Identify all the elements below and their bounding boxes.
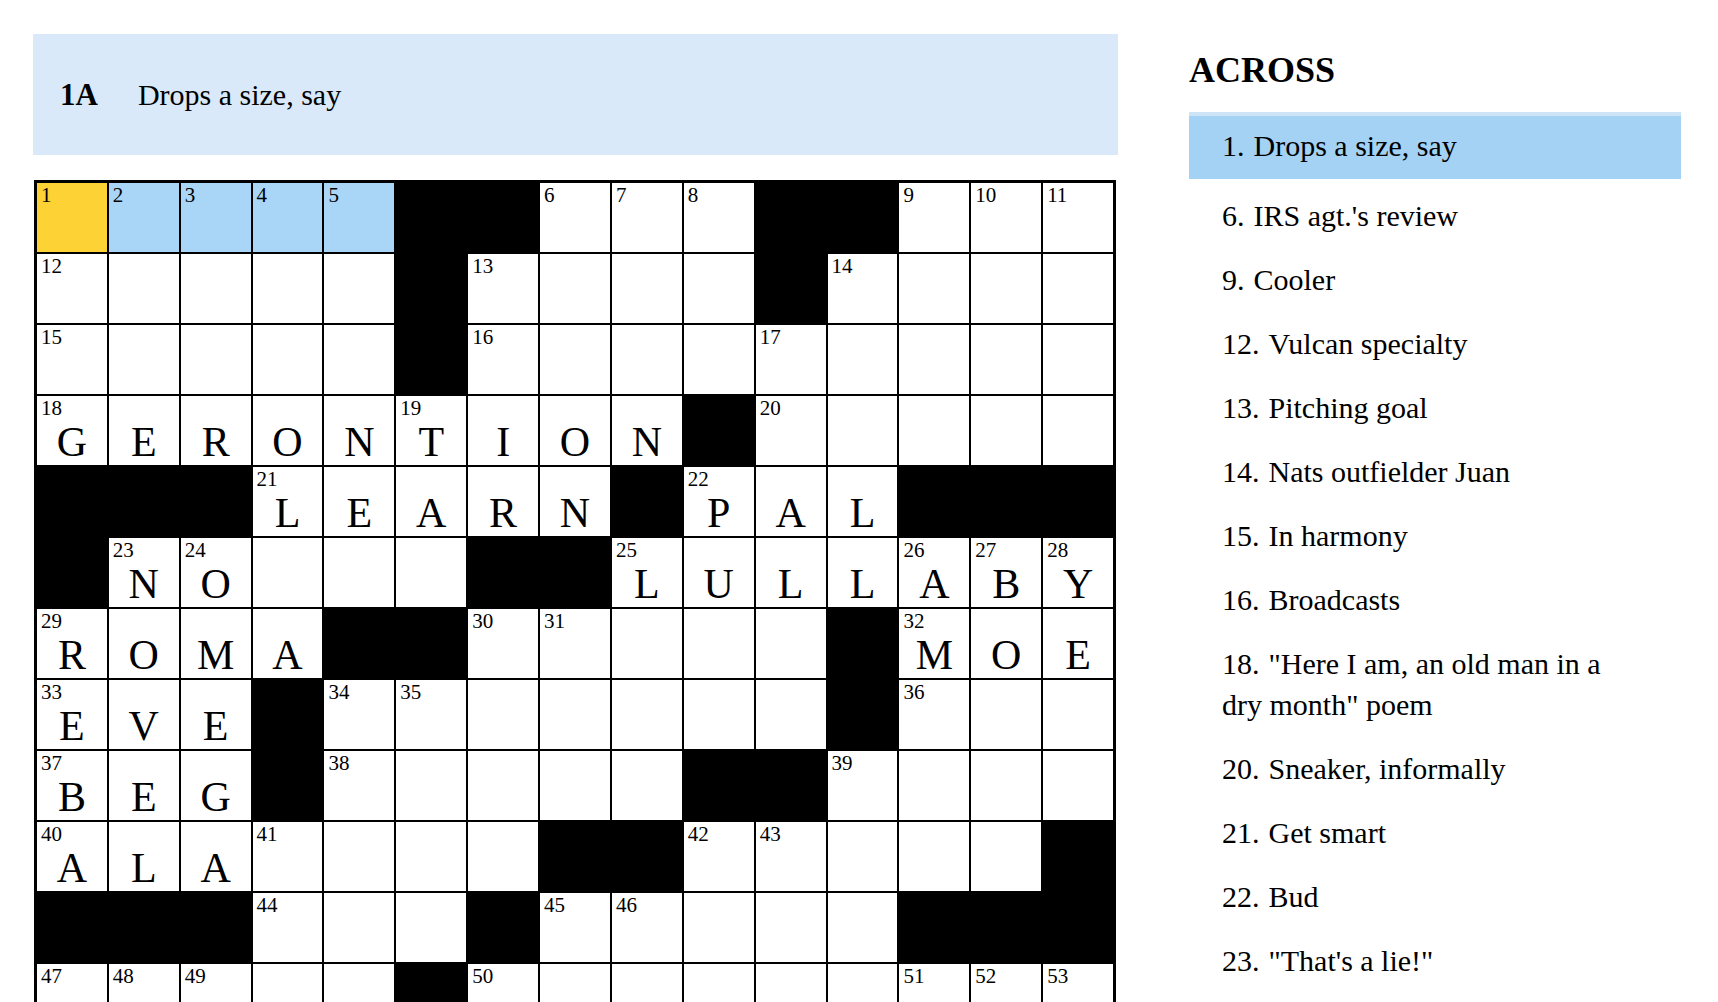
black-cell (828, 680, 898, 749)
clue-number: 52 (975, 965, 996, 987)
clue-number: 21 (257, 468, 278, 490)
grid-cell[interactable] (971, 680, 1041, 749)
grid-cell[interactable]: 17 (756, 325, 826, 394)
grid-cell[interactable]: M (181, 609, 251, 678)
cell-letter: N (324, 419, 394, 465)
grid-cell[interactable]: E (109, 396, 179, 465)
grid-cell[interactable] (899, 325, 969, 394)
grid-cell[interactable]: 49 (181, 964, 251, 1002)
cell-letter: G (37, 419, 107, 465)
clue-number: 24 (185, 539, 206, 561)
cell-letter: O (971, 632, 1041, 678)
grid-cell[interactable] (756, 680, 826, 749)
clue-item-text: IRS agt.'s review (1254, 199, 1459, 232)
cell-letter: O (253, 419, 323, 465)
clue-item-16A[interactable]: 16.Broadcasts (1189, 579, 1681, 620)
cell-letter: L (109, 845, 179, 891)
clue-item-text: "Here I am, an old man in a dry month" p… (1222, 647, 1601, 721)
clue-item-text: Broadcasts (1269, 583, 1401, 616)
black-cell (756, 183, 826, 252)
clue-item-9A[interactable]: 9.Cooler (1189, 259, 1681, 300)
grid-cell[interactable]: 5 (324, 183, 394, 252)
cell-letter: E (324, 490, 394, 536)
clue-item-number: 16. (1222, 583, 1260, 616)
black-cell (396, 325, 466, 394)
grid-cell[interactable]: N (324, 396, 394, 465)
clue-number: 32 (903, 610, 924, 632)
grid-cell[interactable]: 7 (612, 183, 682, 252)
grid-cell[interactable]: 43 (756, 822, 826, 891)
black-cell (468, 893, 538, 962)
grid-cell[interactable] (540, 751, 610, 820)
clue-number: 23 (113, 539, 134, 561)
grid-cell[interactable]: 31 (540, 609, 610, 678)
grid-cell[interactable] (684, 325, 754, 394)
clue-number: 50 (472, 965, 493, 987)
cell-letter: M (181, 632, 251, 678)
grid-cell[interactable]: 22P (684, 467, 754, 536)
grid-cell[interactable]: 35 (396, 680, 466, 749)
clue-item-6A[interactable]: 6.IRS agt.'s review (1189, 195, 1681, 236)
grid-cell[interactable] (324, 325, 394, 394)
grid-cell[interactable] (1043, 325, 1113, 394)
cell-letter: Y (1043, 561, 1113, 607)
cell-letter: E (109, 419, 179, 465)
clue-number: 10 (975, 184, 996, 206)
clue-item-text: Nats outfielder Juan (1269, 455, 1511, 488)
grid-cell[interactable]: 34 (324, 680, 394, 749)
grid-cell[interactable]: 32M (899, 609, 969, 678)
grid-cell[interactable]: O (253, 396, 323, 465)
grid-cell[interactable] (899, 396, 969, 465)
grid-cell[interactable]: 53 (1043, 964, 1113, 1002)
grid-cell[interactable]: G (181, 751, 251, 820)
black-cell (324, 609, 394, 678)
grid-cell[interactable] (1043, 680, 1113, 749)
grid-cell[interactable] (899, 254, 969, 323)
black-cell (253, 680, 323, 749)
clue-number: 22 (688, 468, 709, 490)
grid-cell[interactable]: O (540, 396, 610, 465)
grid-cell[interactable]: 50 (468, 964, 538, 1002)
grid-cell[interactable] (253, 538, 323, 607)
grid-cell[interactable] (828, 325, 898, 394)
clue-number: 4 (257, 184, 268, 206)
clue-item-number: 14. (1222, 455, 1260, 488)
clue-item-number: 20. (1222, 752, 1260, 785)
grid-cell[interactable]: 24O (181, 538, 251, 607)
black-cell (756, 254, 826, 323)
cell-letter: I (468, 419, 538, 465)
black-cell (1043, 467, 1113, 536)
clue-item-12A[interactable]: 12.Vulcan specialty (1189, 323, 1681, 364)
clue-number: 15 (41, 326, 62, 348)
grid-cell[interactable] (324, 893, 394, 962)
black-cell (899, 893, 969, 962)
grid-cell[interactable]: 48 (109, 964, 179, 1002)
cell-letter: E (1043, 632, 1113, 678)
grid-cell[interactable]: L (828, 467, 898, 536)
grid-cell[interactable]: E (109, 751, 179, 820)
clue-item-text: "That's a lie!" (1269, 944, 1434, 977)
grid-cell[interactable]: 16 (468, 325, 538, 394)
grid-cell[interactable]: 2 (109, 183, 179, 252)
grid-cell[interactable] (1043, 751, 1113, 820)
clue-number: 1 (41, 184, 52, 206)
grid-cell[interactable]: 30 (468, 609, 538, 678)
grid-cell[interactable]: O (109, 609, 179, 678)
clue-number: 5 (328, 184, 339, 206)
grid-cell[interactable]: E (181, 680, 251, 749)
cell-letter: R (468, 490, 538, 536)
grid-cell[interactable]: 40A (37, 822, 107, 891)
grid-cell[interactable]: 21L (253, 467, 323, 536)
grid-cell[interactable]: A (253, 609, 323, 678)
cell-letter: B (971, 561, 1041, 607)
clue-number: 34 (328, 681, 349, 703)
grid-cell[interactable]: O (971, 609, 1041, 678)
grid-cell[interactable] (971, 325, 1041, 394)
clue-item-23A[interactable]: 23."That's a lie!" (1189, 940, 1681, 981)
grid-cell[interactable]: E (1043, 609, 1113, 678)
clue-number: 17 (760, 326, 781, 348)
grid-cell[interactable] (324, 822, 394, 891)
black-cell (396, 964, 466, 1002)
clue-number: 53 (1047, 965, 1068, 987)
grid-cell[interactable] (684, 964, 754, 1002)
grid-cell[interactable]: N (612, 396, 682, 465)
cell-letter: R (181, 419, 251, 465)
grid-cell[interactable] (971, 751, 1041, 820)
black-cell (899, 467, 969, 536)
grid-cell[interactable] (540, 680, 610, 749)
cell-letter: N (540, 490, 610, 536)
black-cell (828, 609, 898, 678)
cell-letter: L (612, 561, 682, 607)
cell-letter: L (756, 561, 826, 607)
grid-cell[interactable]: 11 (1043, 183, 1113, 252)
grid-cell[interactable] (612, 254, 682, 323)
grid-cell[interactable] (756, 609, 826, 678)
grid-cell[interactable] (396, 893, 466, 962)
cell-letter: P (684, 490, 754, 536)
clue-item-number: 15. (1222, 519, 1260, 552)
grid-cell[interactable] (612, 964, 682, 1002)
clue-item-number: 6. (1222, 199, 1245, 232)
grid-cell[interactable]: 39 (828, 751, 898, 820)
cell-letter: M (899, 632, 969, 678)
grid-cell[interactable]: E (324, 467, 394, 536)
grid-cell[interactable]: L (109, 822, 179, 891)
grid-cell[interactable]: 33E (37, 680, 107, 749)
grid-cell[interactable]: U (684, 538, 754, 607)
clue-number: 33 (41, 681, 62, 703)
grid-cell[interactable]: 18G (37, 396, 107, 465)
black-cell (540, 538, 610, 607)
grid-cell[interactable]: 45 (540, 893, 610, 962)
grid-cell[interactable]: 28Y (1043, 538, 1113, 607)
black-cell (181, 893, 251, 962)
grid-cell[interactable] (540, 325, 610, 394)
grid-cell[interactable]: 10 (971, 183, 1041, 252)
clue-number: 44 (257, 894, 278, 916)
clue-item-number: 13. (1222, 391, 1260, 424)
clue-item-13A[interactable]: 13.Pitching goal (1189, 387, 1681, 428)
clue-number: 41 (257, 823, 278, 845)
clue-item-14A[interactable]: 14.Nats outfielder Juan (1189, 451, 1681, 492)
grid-cell[interactable]: 4 (253, 183, 323, 252)
clue-item-20A[interactable]: 20.Sneaker, informally (1189, 748, 1681, 789)
clue-number: 35 (400, 681, 421, 703)
clue-item-number: 23. (1222, 944, 1260, 977)
grid-cell[interactable]: 37B (37, 751, 107, 820)
cell-letter: B (37, 774, 107, 820)
cell-letter: O (181, 561, 251, 607)
clue-number: 27 (975, 539, 996, 561)
clue-number: 16 (472, 326, 493, 348)
grid-cell[interactable]: 36 (899, 680, 969, 749)
grid-cell[interactable]: L (828, 538, 898, 607)
clue-item-text: Vulcan specialty (1269, 327, 1468, 360)
grid-cell[interactable] (324, 964, 394, 1002)
grid-cell[interactable] (540, 964, 610, 1002)
grid-cell[interactable] (1043, 254, 1113, 323)
crossword-grid: 123456789101112131415161718GERON19TION20… (34, 180, 1116, 1002)
grid-cell[interactable] (109, 325, 179, 394)
cell-letter: A (756, 490, 826, 536)
grid-cell[interactable] (828, 964, 898, 1002)
cell-letter: A (899, 561, 969, 607)
grid-cell[interactable]: 38 (324, 751, 394, 820)
clue-number: 6 (544, 184, 555, 206)
black-cell (181, 467, 251, 536)
grid-cell[interactable] (468, 680, 538, 749)
black-cell (468, 183, 538, 252)
current-clue-bar: 1A Drops a size, say (33, 34, 1118, 155)
clue-item-text: Pitching goal (1269, 391, 1428, 424)
black-cell (612, 822, 682, 891)
black-cell (828, 183, 898, 252)
grid-cell[interactable]: 23N (109, 538, 179, 607)
across-clues-panel: ACROSS 1.Drops a size, say6.IRS agt.'s r… (1189, 50, 1681, 1002)
clue-number: 25 (616, 539, 637, 561)
grid-cell[interactable] (468, 822, 538, 891)
across-clue-list: 1.Drops a size, say6.IRS agt.'s review9.… (1189, 112, 1681, 981)
grid-cell[interactable]: 27B (971, 538, 1041, 607)
clue-item-1A[interactable]: 1.Drops a size, say (1189, 112, 1681, 179)
black-cell (684, 396, 754, 465)
grid-cell[interactable]: 51 (899, 964, 969, 1002)
grid-cell[interactable] (324, 254, 394, 323)
grid-cell[interactable]: A (396, 467, 466, 536)
cell-letter: O (109, 632, 179, 678)
grid-cell[interactable]: 29R (37, 609, 107, 678)
grid-cell[interactable] (828, 396, 898, 465)
grid-cell[interactable] (971, 822, 1041, 891)
cell-letter: V (109, 703, 179, 749)
grid-cell[interactable] (1043, 396, 1113, 465)
cell-letter: L (828, 490, 898, 536)
grid-cell[interactable]: 19T (396, 396, 466, 465)
clue-number: 26 (903, 539, 924, 561)
grid-cell[interactable] (971, 254, 1041, 323)
clue-item-number: 18. (1222, 647, 1260, 680)
grid-cell[interactable] (612, 609, 682, 678)
clue-item-18A[interactable]: 18."Here I am, an old man in a dry month… (1189, 643, 1681, 725)
grid-cell[interactable]: 9 (899, 183, 969, 252)
black-cell (396, 254, 466, 323)
grid-cell[interactable] (899, 751, 969, 820)
grid-cell[interactable]: 12 (37, 254, 107, 323)
grid-cell[interactable]: A (181, 822, 251, 891)
clue-number: 39 (832, 752, 853, 774)
grid-cell[interactable]: 26A (899, 538, 969, 607)
clue-item-text: Bud (1269, 880, 1319, 913)
grid-cell[interactable] (899, 822, 969, 891)
grid-cell[interactable]: 44 (253, 893, 323, 962)
cell-letter: U (684, 561, 754, 607)
black-cell (37, 538, 107, 607)
grid-cell[interactable] (181, 325, 251, 394)
clue-item-22A[interactable]: 22.Bud (1189, 876, 1681, 917)
cell-letter: A (37, 845, 107, 891)
clue-item-number: 12. (1222, 327, 1260, 360)
cell-letter: E (109, 774, 179, 820)
grid-cell[interactable]: 46 (612, 893, 682, 962)
grid-cell[interactable]: R (181, 396, 251, 465)
black-cell (756, 751, 826, 820)
clue-number: 18 (41, 397, 62, 419)
clue-number: 3 (185, 184, 196, 206)
grid-cell[interactable]: 42 (684, 822, 754, 891)
cell-letter: E (37, 703, 107, 749)
grid-cell[interactable]: L (756, 538, 826, 607)
black-cell (468, 538, 538, 607)
grid-cell[interactable] (181, 254, 251, 323)
clue-number: 7 (616, 184, 627, 206)
clue-item-number: 22. (1222, 880, 1260, 913)
clue-number: 36 (903, 681, 924, 703)
grid-cell[interactable] (684, 254, 754, 323)
grid-cell[interactable] (396, 822, 466, 891)
grid-cell[interactable] (612, 751, 682, 820)
cell-letter: T (396, 419, 466, 465)
clue-number: 30 (472, 610, 493, 632)
grid-cell[interactable]: R (468, 467, 538, 536)
grid-cell[interactable] (971, 396, 1041, 465)
black-cell (971, 467, 1041, 536)
cell-letter: A (396, 490, 466, 536)
cell-letter: L (253, 490, 323, 536)
clue-item-number: 9. (1222, 263, 1245, 296)
grid-cell[interactable] (828, 822, 898, 891)
grid-cell[interactable] (756, 964, 826, 1002)
grid-cell[interactable]: N (540, 467, 610, 536)
across-heading: ACROSS (1189, 50, 1681, 91)
clue-number: 29 (41, 610, 62, 632)
grid-cell[interactable]: A (756, 467, 826, 536)
clue-item-text: Cooler (1254, 263, 1336, 296)
clue-number: 8 (688, 184, 699, 206)
grid-cell[interactable] (109, 254, 179, 323)
cell-letter: A (253, 632, 323, 678)
cell-letter: N (109, 561, 179, 607)
clue-number: 43 (760, 823, 781, 845)
grid-cell[interactable]: 3 (181, 183, 251, 252)
black-cell (540, 822, 610, 891)
cell-letter: A (181, 845, 251, 891)
clue-number: 13 (472, 255, 493, 277)
clue-number: 28 (1047, 539, 1068, 561)
grid-cell[interactable] (253, 964, 323, 1002)
grid-cell[interactable]: 41 (253, 822, 323, 891)
clue-item-number: 21. (1222, 816, 1260, 849)
grid-cell[interactable] (684, 893, 754, 962)
grid-cell[interactable] (468, 751, 538, 820)
clue-item-15A[interactable]: 15.In harmony (1189, 515, 1681, 556)
grid-cell[interactable] (684, 680, 754, 749)
clue-item-21A[interactable]: 21.Get smart (1189, 812, 1681, 853)
black-cell (612, 467, 682, 536)
black-cell (109, 467, 179, 536)
grid-cell[interactable]: 52 (971, 964, 1041, 1002)
black-cell (37, 467, 107, 536)
clue-number: 42 (688, 823, 709, 845)
grid-cell[interactable]: 25L (612, 538, 682, 607)
grid-cell[interactable]: 8 (684, 183, 754, 252)
clue-number: 2 (113, 184, 124, 206)
grid-viewport: 123456789101112131415161718GERON19TION20… (34, 180, 1116, 1002)
cell-letter: N (612, 419, 682, 465)
grid-cell[interactable]: 20 (756, 396, 826, 465)
grid-cell[interactable] (828, 893, 898, 962)
grid-cell[interactable] (253, 325, 323, 394)
grid-cell[interactable] (612, 325, 682, 394)
clue-number: 11 (1047, 184, 1067, 206)
grid-cell[interactable]: I (468, 396, 538, 465)
grid-cell[interactable] (684, 609, 754, 678)
grid-cell[interactable] (756, 893, 826, 962)
clue-number: 48 (113, 965, 134, 987)
current-clue-number: 1A (60, 77, 98, 113)
clue-number: 12 (41, 255, 62, 277)
grid-cell[interactable]: 15 (37, 325, 107, 394)
cell-letter: O (540, 419, 610, 465)
grid-cell[interactable]: 6 (540, 183, 610, 252)
grid-cell[interactable]: 14 (828, 254, 898, 323)
black-cell (37, 893, 107, 962)
clue-number: 37 (41, 752, 62, 774)
grid-cell[interactable] (612, 680, 682, 749)
cell-letter: R (37, 632, 107, 678)
grid-cell[interactable] (396, 538, 466, 607)
selected-cell[interactable]: 1 (37, 183, 107, 252)
current-clue-text: Drops a size, say (138, 78, 341, 112)
black-cell (396, 183, 466, 252)
grid-cell[interactable]: 13 (468, 254, 538, 323)
grid-cell[interactable] (324, 538, 394, 607)
clue-number: 19 (400, 397, 421, 419)
grid-cell[interactable] (253, 254, 323, 323)
grid-cell[interactable] (540, 254, 610, 323)
grid-cell[interactable]: V (109, 680, 179, 749)
grid-cell[interactable] (396, 751, 466, 820)
black-cell (1043, 822, 1113, 891)
clue-number: 47 (41, 965, 62, 987)
grid-cell[interactable]: 47 (37, 964, 107, 1002)
black-cell (971, 893, 1041, 962)
cell-letter: L (828, 561, 898, 607)
